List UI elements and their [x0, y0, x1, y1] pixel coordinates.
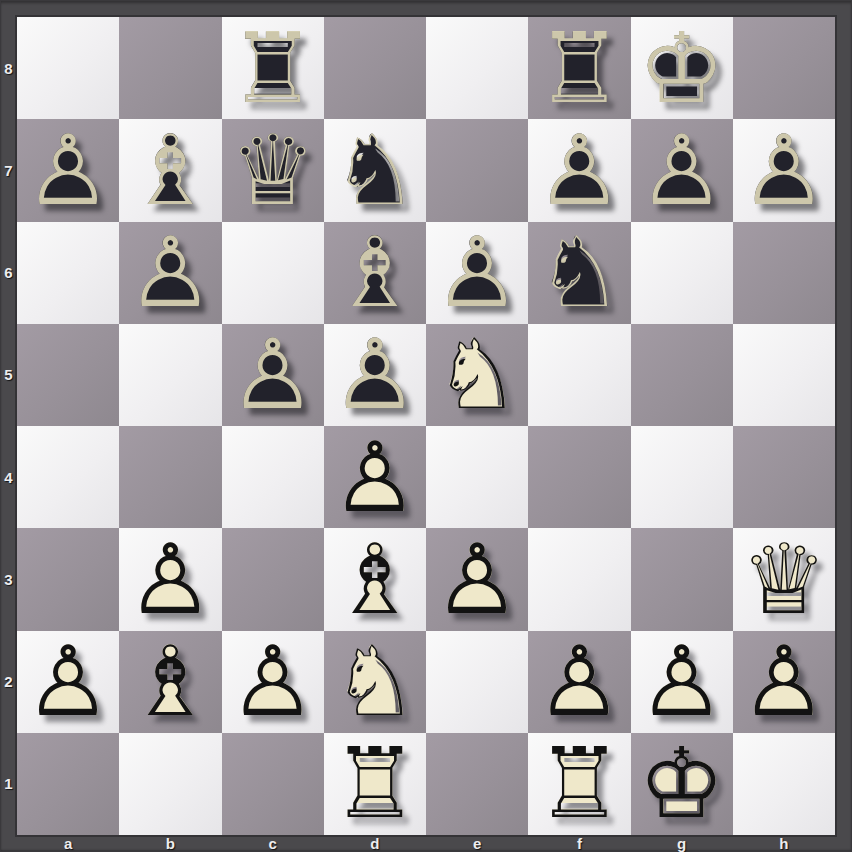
black-rook-f8[interactable]: ♜♖	[528, 17, 630, 119]
piece-outline: ♙	[631, 119, 733, 221]
square-c2[interactable]: ♟♙	[222, 631, 324, 733]
rank-label-7: 7	[0, 119, 17, 221]
piece-outline: ♘	[324, 631, 426, 733]
piece-outline: ♘	[528, 222, 630, 324]
square-c7[interactable]: ♛♕	[222, 119, 324, 221]
piece-outline: ♙	[17, 631, 119, 733]
square-c4[interactable]	[222, 426, 324, 528]
piece-outline: ♙	[222, 324, 324, 426]
square-h1[interactable]	[733, 733, 835, 835]
square-g5[interactable]	[631, 324, 733, 426]
piece-outline: ♙	[733, 631, 835, 733]
white-rook-d1[interactable]: ♜♖	[324, 733, 426, 835]
square-b2[interactable]: ♝♗	[119, 631, 221, 733]
square-b8[interactable]	[119, 17, 221, 119]
square-b7[interactable]: ♝♗	[119, 119, 221, 221]
piece-outline: ♙	[17, 119, 119, 221]
square-h8[interactable]	[733, 17, 835, 119]
file-label-b: b	[119, 835, 221, 852]
square-f8[interactable]: ♜♖	[528, 17, 630, 119]
piece-outline: ♙	[222, 631, 324, 733]
square-e8[interactable]	[426, 17, 528, 119]
piece-outline: ♖	[528, 733, 630, 835]
piece-outline: ♖	[222, 17, 324, 119]
piece-outline: ♙	[733, 119, 835, 221]
piece-outline: ♘	[426, 324, 528, 426]
piece-outline: ♙	[324, 426, 426, 528]
file-label-h: h	[733, 835, 835, 852]
square-e3[interactable]: ♟♙	[426, 528, 528, 630]
piece-outline: ♖	[528, 17, 630, 119]
rank-label-1: 1	[0, 733, 17, 835]
square-g8[interactable]: ♚♔	[631, 17, 733, 119]
square-f6[interactable]: ♞♘	[528, 222, 630, 324]
square-f3[interactable]	[528, 528, 630, 630]
square-f7[interactable]: ♟♙	[528, 119, 630, 221]
piece-outline: ♙	[119, 528, 221, 630]
black-pawn-c5[interactable]: ♟♙	[222, 324, 324, 426]
file-label-d: d	[324, 835, 426, 852]
square-a2[interactable]: ♟♙	[17, 631, 119, 733]
square-h3[interactable]: ♛♕	[733, 528, 835, 630]
square-c8[interactable]: ♜♖	[222, 17, 324, 119]
square-a8[interactable]	[17, 17, 119, 119]
file-label-a: a	[17, 835, 119, 852]
white-pawn-d4[interactable]: ♟♙	[324, 426, 426, 528]
white-rook-f1[interactable]: ♜♖	[528, 733, 630, 835]
black-pawn-g7[interactable]: ♟♙	[631, 119, 733, 221]
black-king-g8[interactable]: ♚♔	[631, 17, 733, 119]
white-pawn-a2[interactable]: ♟♙	[17, 631, 119, 733]
black-knight-f6[interactable]: ♞♘	[528, 222, 630, 324]
rank-label-2: 2	[0, 631, 17, 733]
piece-outline: ♕	[733, 528, 835, 630]
black-knight-d7[interactable]: ♞♘	[324, 119, 426, 221]
black-pawn-e6[interactable]: ♟♙	[426, 222, 528, 324]
square-h7[interactable]: ♟♙	[733, 119, 835, 221]
rank-label-6: 6	[0, 222, 17, 324]
black-rook-c8[interactable]: ♜♖	[222, 17, 324, 119]
square-f5[interactable]	[528, 324, 630, 426]
rank-label-3: 3	[0, 528, 17, 630]
square-c5[interactable]: ♟♙	[222, 324, 324, 426]
white-pawn-e3[interactable]: ♟♙	[426, 528, 528, 630]
square-e5[interactable]: ♞♘	[426, 324, 528, 426]
square-d8[interactable]	[324, 17, 426, 119]
piece-outline: ♗	[119, 119, 221, 221]
piece-outline: ♘	[324, 119, 426, 221]
square-g7[interactable]: ♟♙	[631, 119, 733, 221]
piece-outline: ♔	[631, 733, 733, 835]
black-pawn-h7[interactable]: ♟♙	[733, 119, 835, 221]
square-b4[interactable]	[119, 426, 221, 528]
black-bishop-b7[interactable]: ♝♗	[119, 119, 221, 221]
square-b3[interactable]: ♟♙	[119, 528, 221, 630]
square-f2[interactable]: ♟♙	[528, 631, 630, 733]
square-a3[interactable]	[17, 528, 119, 630]
square-a1[interactable]	[17, 733, 119, 835]
file-label-c: c	[222, 835, 324, 852]
square-d4[interactable]: ♟♙	[324, 426, 426, 528]
square-e4[interactable]	[426, 426, 528, 528]
square-b6[interactable]: ♟♙	[119, 222, 221, 324]
square-d6[interactable]: ♝♗	[324, 222, 426, 324]
square-a7[interactable]: ♟♙	[17, 119, 119, 221]
piece-outline: ♗	[324, 222, 426, 324]
white-pawn-g2[interactable]: ♟♙	[631, 631, 733, 733]
square-d5[interactable]: ♟♙	[324, 324, 426, 426]
white-pawn-b3[interactable]: ♟♙	[119, 528, 221, 630]
square-d1[interactable]: ♜♖	[324, 733, 426, 835]
piece-outline: ♙	[324, 324, 426, 426]
piece-outline: ♖	[324, 733, 426, 835]
square-b5[interactable]	[119, 324, 221, 426]
square-g2[interactable]: ♟♙	[631, 631, 733, 733]
square-h6[interactable]	[733, 222, 835, 324]
square-g1[interactable]: ♚♔	[631, 733, 733, 835]
rank-labels: 87654321	[0, 17, 17, 835]
square-d3[interactable]: ♝♗	[324, 528, 426, 630]
square-h4[interactable]	[733, 426, 835, 528]
black-pawn-f7[interactable]: ♟♙	[528, 119, 630, 221]
file-label-f: f	[528, 835, 630, 852]
piece-outline: ♔	[631, 17, 733, 119]
square-f1[interactable]: ♜♖	[528, 733, 630, 835]
black-queen-c7[interactable]: ♛♕	[222, 119, 324, 221]
board-frame: ♜♖♜♖♚♔♟♙♝♗♛♕♞♘♟♙♟♙♟♙♟♙♝♗♟♙♞♘♟♙♟♙♞♘♟♙♟♙♝♗…	[0, 0, 852, 852]
square-a4[interactable]	[17, 426, 119, 528]
square-b1[interactable]	[119, 733, 221, 835]
piece-outline: ♕	[222, 119, 324, 221]
piece-outline: ♙	[426, 222, 528, 324]
white-pawn-c2[interactable]: ♟♙	[222, 631, 324, 733]
piece-outline: ♙	[426, 528, 528, 630]
piece-outline: ♙	[631, 631, 733, 733]
rank-label-8: 8	[0, 17, 17, 119]
black-pawn-b6[interactable]: ♟♙	[119, 222, 221, 324]
piece-outline: ♙	[528, 631, 630, 733]
piece-outline: ♗	[119, 631, 221, 733]
square-e2[interactable]	[426, 631, 528, 733]
square-d2[interactable]: ♞♘	[324, 631, 426, 733]
piece-outline: ♙	[528, 119, 630, 221]
square-h2[interactable]: ♟♙	[733, 631, 835, 733]
square-d7[interactable]: ♞♘	[324, 119, 426, 221]
square-a6[interactable]	[17, 222, 119, 324]
white-bishop-d3[interactable]: ♝♗	[324, 528, 426, 630]
white-queen-h3[interactable]: ♛♕	[733, 528, 835, 630]
square-e1[interactable]	[426, 733, 528, 835]
square-e6[interactable]: ♟♙	[426, 222, 528, 324]
white-king-g1[interactable]: ♚♔	[631, 733, 733, 835]
black-pawn-a7[interactable]: ♟♙	[17, 119, 119, 221]
square-f4[interactable]	[528, 426, 630, 528]
black-bishop-d6[interactable]: ♝♗	[324, 222, 426, 324]
white-bishop-b2[interactable]: ♝♗	[119, 631, 221, 733]
white-pawn-f2[interactable]: ♟♙	[528, 631, 630, 733]
file-labels: abcdefgh	[17, 835, 835, 852]
black-pawn-d5[interactable]: ♟♙	[324, 324, 426, 426]
board: ♜♖♜♖♚♔♟♙♝♗♛♕♞♘♟♙♟♙♟♙♟♙♝♗♟♙♞♘♟♙♟♙♞♘♟♙♟♙♝♗…	[17, 17, 835, 835]
square-c1[interactable]	[222, 733, 324, 835]
piece-outline: ♗	[324, 528, 426, 630]
square-c3[interactable]	[222, 528, 324, 630]
piece-outline: ♙	[119, 222, 221, 324]
square-g6[interactable]	[631, 222, 733, 324]
file-label-g: g	[631, 835, 733, 852]
rank-label-5: 5	[0, 324, 17, 426]
square-c6[interactable]	[222, 222, 324, 324]
white-knight-e5[interactable]: ♞♘	[426, 324, 528, 426]
square-a5[interactable]	[17, 324, 119, 426]
white-knight-d2[interactable]: ♞♘	[324, 631, 426, 733]
file-label-e: e	[426, 835, 528, 852]
square-e7[interactable]	[426, 119, 528, 221]
square-g3[interactable]	[631, 528, 733, 630]
rank-label-4: 4	[0, 426, 17, 528]
square-g4[interactable]	[631, 426, 733, 528]
white-pawn-h2[interactable]: ♟♙	[733, 631, 835, 733]
square-h5[interactable]	[733, 324, 835, 426]
